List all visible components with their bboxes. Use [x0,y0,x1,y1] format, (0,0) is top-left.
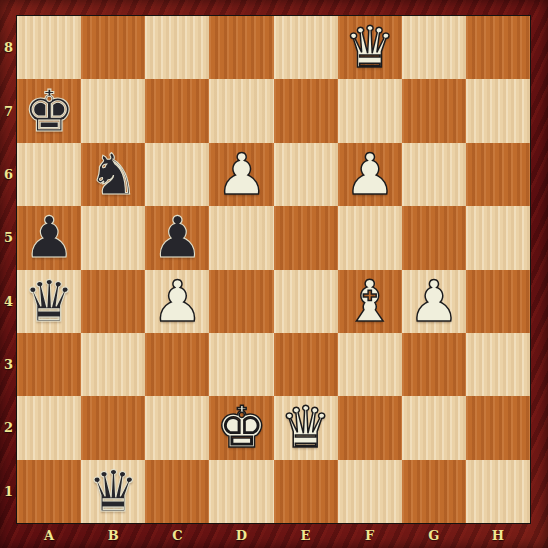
square-e2[interactable]: ♛ [274,396,338,459]
square-g2[interactable] [402,396,466,459]
square-h3[interactable] [466,333,530,396]
square-c6[interactable] [145,143,209,206]
square-a1[interactable] [17,460,81,523]
square-d7[interactable] [209,79,273,142]
square-d5[interactable] [209,206,273,269]
square-g6[interactable] [402,143,466,206]
square-a3[interactable] [17,333,81,396]
square-c7[interactable] [145,79,209,142]
square-g8[interactable] [402,16,466,79]
rank-label-2: 2 [0,396,17,459]
black-queen[interactable]: ♛ [24,270,75,333]
square-f1[interactable] [338,460,402,523]
file-label-d: D [209,523,273,548]
square-a2[interactable] [17,396,81,459]
square-h7[interactable] [466,79,530,142]
white-pawn[interactable]: ♟ [408,270,459,333]
black-pawn[interactable]: ♟ [24,206,75,269]
white-queen[interactable]: ♛ [344,16,395,79]
square-f3[interactable] [338,333,402,396]
square-g4[interactable]: ♟ [402,270,466,333]
file-labels: A B C D E F G H [17,523,530,548]
square-b7[interactable] [81,79,145,142]
square-c1[interactable] [145,460,209,523]
square-f2[interactable] [338,396,402,459]
white-king[interactable]: ♚ [216,396,267,459]
white-queen[interactable]: ♛ [280,396,331,459]
square-f5[interactable] [338,206,402,269]
square-a7[interactable]: ♚ [17,79,81,142]
square-e4[interactable] [274,270,338,333]
square-g7[interactable] [402,79,466,142]
square-e1[interactable] [274,460,338,523]
square-b3[interactable] [81,333,145,396]
rank-label-7: 7 [0,79,17,142]
rank-label-8: 8 [0,16,17,79]
square-g5[interactable] [402,206,466,269]
black-queen[interactable]: ♛ [88,460,139,523]
file-label-h: H [466,523,530,548]
black-knight[interactable]: ♞ [88,143,139,206]
file-label-c: C [145,523,209,548]
square-f8[interactable]: ♛ [338,16,402,79]
file-label-g: G [402,523,466,548]
square-e3[interactable] [274,333,338,396]
file-label-b: B [81,523,145,548]
chess-board: ♛ ♚ ♞ ♟ ♟ ♟ ♟ ♛ ♟ ♝ ♟ [17,16,530,523]
square-e8[interactable] [274,16,338,79]
square-h8[interactable] [466,16,530,79]
rank-label-3: 3 [0,333,17,396]
square-f7[interactable] [338,79,402,142]
square-d4[interactable] [209,270,273,333]
square-b1[interactable]: ♛ [81,460,145,523]
square-h1[interactable] [466,460,530,523]
square-b6[interactable]: ♞ [81,143,145,206]
file-label-e: E [274,523,338,548]
square-d3[interactable] [209,333,273,396]
square-d8[interactable] [209,16,273,79]
square-e5[interactable] [274,206,338,269]
square-d2[interactable]: ♚ [209,396,273,459]
square-h6[interactable] [466,143,530,206]
rank-label-6: 6 [0,143,17,206]
black-pawn[interactable]: ♟ [152,206,203,269]
square-a4[interactable]: ♛ [17,270,81,333]
rank-label-5: 5 [0,206,17,269]
square-h5[interactable] [466,206,530,269]
square-a6[interactable] [17,143,81,206]
square-g1[interactable] [402,460,466,523]
white-pawn[interactable]: ♟ [216,143,267,206]
rank-labels: 8 7 6 5 4 3 2 1 [0,16,17,523]
square-c3[interactable] [145,333,209,396]
white-bishop[interactable]: ♝ [344,270,395,333]
file-label-a: A [17,523,81,548]
square-d6[interactable]: ♟ [209,143,273,206]
square-a8[interactable] [17,16,81,79]
square-h4[interactable] [466,270,530,333]
square-f4[interactable]: ♝ [338,270,402,333]
rank-label-4: 4 [0,270,17,333]
square-b5[interactable] [81,206,145,269]
board-frame: 8 7 6 5 4 3 2 1 ♛ ♚ ♞ ♟ ♟ [0,0,548,548]
square-e6[interactable] [274,143,338,206]
white-pawn[interactable]: ♟ [344,143,395,206]
square-c8[interactable] [145,16,209,79]
square-h2[interactable] [466,396,530,459]
square-b2[interactable] [81,396,145,459]
square-c4[interactable]: ♟ [145,270,209,333]
square-c5[interactable]: ♟ [145,206,209,269]
square-g3[interactable] [402,333,466,396]
square-d1[interactable] [209,460,273,523]
square-e7[interactable] [274,79,338,142]
square-c2[interactable] [145,396,209,459]
rank-label-1: 1 [0,460,17,523]
black-king[interactable]: ♚ [24,80,75,143]
white-pawn[interactable]: ♟ [152,270,203,333]
square-f6[interactable]: ♟ [338,143,402,206]
square-a5[interactable]: ♟ [17,206,81,269]
file-label-f: F [338,523,402,548]
square-b8[interactable] [81,16,145,79]
square-b4[interactable] [81,270,145,333]
